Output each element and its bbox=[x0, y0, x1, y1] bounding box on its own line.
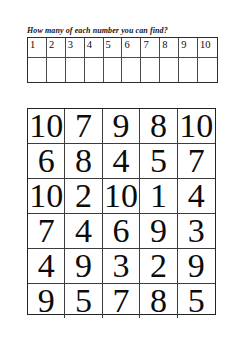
grid-cell[interactable]: 3 bbox=[178, 214, 215, 249]
grid-cell[interactable]: 10 bbox=[28, 179, 65, 214]
tally-answer-cell[interactable] bbox=[66, 58, 85, 82]
tally-answer-cell[interactable] bbox=[47, 58, 66, 82]
tally-header-cell: 8 bbox=[160, 38, 179, 58]
grid-cell[interactable]: 5 bbox=[140, 144, 177, 179]
grid-cell[interactable]: 10 bbox=[28, 109, 65, 144]
tally-header-cell: 4 bbox=[85, 38, 104, 58]
grid-cell[interactable]: 2 bbox=[65, 179, 102, 214]
grid-cell[interactable]: 9 bbox=[28, 284, 65, 318]
grid-cell[interactable]: 9 bbox=[178, 249, 215, 284]
tally-answer-cell[interactable] bbox=[122, 58, 141, 82]
grid-cell[interactable]: 10 bbox=[103, 179, 140, 214]
tally-header-cell: 9 bbox=[179, 38, 198, 58]
tally-header-cell: 5 bbox=[104, 38, 123, 58]
grid-cell[interactable]: 8 bbox=[65, 144, 102, 179]
grid-cell[interactable]: 5 bbox=[65, 284, 102, 318]
grid-cell[interactable]: 2 bbox=[140, 249, 177, 284]
tally-answer-cell[interactable] bbox=[141, 58, 160, 82]
grid-cell[interactable]: 4 bbox=[28, 249, 65, 284]
number-grid: 1079810684571021014746934932995785 bbox=[27, 108, 216, 315]
tally-header-cell: 7 bbox=[141, 38, 160, 58]
worksheet-page: How many of each number you can find? 12… bbox=[0, 0, 247, 350]
tally-answer-cell[interactable] bbox=[104, 58, 123, 82]
grid-cell[interactable]: 9 bbox=[103, 109, 140, 144]
tally-header-cell: 6 bbox=[122, 38, 141, 58]
grid-cell[interactable]: 7 bbox=[103, 284, 140, 318]
grid-cell[interactable]: 6 bbox=[28, 144, 65, 179]
grid-cell[interactable]: 4 bbox=[65, 214, 102, 249]
tally-answer-cell[interactable] bbox=[179, 58, 198, 82]
tally-header-cell: 3 bbox=[66, 38, 85, 58]
grid-cell[interactable]: 7 bbox=[178, 144, 215, 179]
tally-header-cell: 10 bbox=[198, 38, 217, 58]
grid-cell[interactable]: 5 bbox=[178, 284, 215, 318]
tally-header-cell: 1 bbox=[28, 38, 47, 58]
grid-cell[interactable]: 7 bbox=[28, 214, 65, 249]
grid-cell[interactable]: 4 bbox=[103, 144, 140, 179]
grid-cell[interactable]: 8 bbox=[140, 109, 177, 144]
grid-cell[interactable]: 3 bbox=[103, 249, 140, 284]
grid-cell[interactable]: 9 bbox=[140, 214, 177, 249]
tally-answer-cell[interactable] bbox=[28, 58, 47, 82]
tally-table: 12345678910 bbox=[27, 37, 218, 83]
tally-answer-cell[interactable] bbox=[198, 58, 217, 82]
tally-answer-cell[interactable] bbox=[85, 58, 104, 82]
grid-cell[interactable]: 9 bbox=[65, 249, 102, 284]
grid-cell[interactable]: 8 bbox=[140, 284, 177, 318]
grid-cell[interactable]: 6 bbox=[103, 214, 140, 249]
grid-cell[interactable]: 4 bbox=[178, 179, 215, 214]
worksheet-title: How many of each number you can find? bbox=[27, 26, 168, 35]
grid-cell[interactable]: 1 bbox=[140, 179, 177, 214]
tally-header-cell: 2 bbox=[47, 38, 66, 58]
tally-answer-cell[interactable] bbox=[160, 58, 179, 82]
grid-cell[interactable]: 7 bbox=[65, 109, 102, 144]
grid-cell[interactable]: 10 bbox=[178, 109, 215, 144]
